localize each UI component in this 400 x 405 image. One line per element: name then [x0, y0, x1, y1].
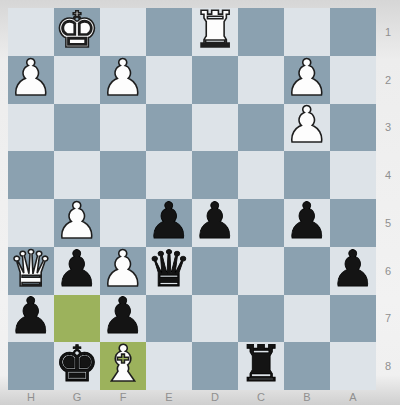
- square-d6[interactable]: [192, 247, 238, 295]
- square-d3[interactable]: [192, 104, 238, 152]
- square-a3[interactable]: [330, 104, 376, 152]
- black-queen[interactable]: ♛: [147, 244, 192, 294]
- square-d1[interactable]: ♜: [192, 8, 238, 56]
- square-b3[interactable]: ♟: [284, 104, 330, 152]
- square-c1[interactable]: [238, 8, 284, 56]
- rank-label-7: 7: [376, 295, 400, 343]
- file-labels: HGFEDCBA: [8, 389, 376, 404]
- black-pawn[interactable]: ♟: [331, 244, 376, 294]
- black-rook[interactable]: ♜: [239, 339, 284, 389]
- square-h4[interactable]: [8, 151, 54, 199]
- file-label-a: A: [330, 389, 376, 404]
- square-e8[interactable]: [146, 342, 192, 390]
- file-label-e: E: [146, 389, 192, 404]
- square-h7[interactable]: ♟: [8, 295, 54, 343]
- white-pawn[interactable]: ♟: [285, 53, 330, 103]
- page-background: ♚♜♟♟♟♟♟♟♟♟♛♟♟♛♟♟♟♚♝♜ 12345678 HGFEDCBA: [0, 0, 400, 405]
- square-e3[interactable]: [146, 104, 192, 152]
- rank-label-2: 2: [376, 56, 400, 104]
- file-label-g: G: [54, 389, 100, 404]
- white-pawn[interactable]: ♟: [285, 100, 330, 150]
- square-h3[interactable]: [8, 104, 54, 152]
- square-d5[interactable]: ♟: [192, 199, 238, 247]
- rank-label-8: 8: [376, 342, 400, 390]
- square-a8[interactable]: [330, 342, 376, 390]
- square-f3[interactable]: [100, 104, 146, 152]
- black-pawn[interactable]: ♟: [193, 196, 238, 246]
- square-a6[interactable]: ♟: [330, 247, 376, 295]
- white-king[interactable]: ♚: [55, 5, 100, 55]
- square-h8[interactable]: [8, 342, 54, 390]
- white-pawn[interactable]: ♟: [55, 196, 100, 246]
- square-a2[interactable]: [330, 56, 376, 104]
- file-label-h: H: [8, 389, 54, 404]
- file-label-d: D: [192, 389, 238, 404]
- square-d2[interactable]: [192, 56, 238, 104]
- black-pawn[interactable]: ♟: [55, 244, 100, 294]
- rank-label-4: 4: [376, 151, 400, 199]
- white-bishop[interactable]: ♝: [101, 339, 146, 389]
- square-f2[interactable]: ♟: [100, 56, 146, 104]
- square-g3[interactable]: [54, 104, 100, 152]
- white-queen[interactable]: ♛: [9, 244, 54, 294]
- square-b8[interactable]: [284, 342, 330, 390]
- white-rook[interactable]: ♜: [193, 5, 238, 55]
- square-g1[interactable]: ♚: [54, 8, 100, 56]
- square-c8[interactable]: ♜: [238, 342, 284, 390]
- square-e1[interactable]: [146, 8, 192, 56]
- white-pawn[interactable]: ♟: [101, 53, 146, 103]
- file-label-c: C: [238, 389, 284, 404]
- square-b7[interactable]: [284, 295, 330, 343]
- square-g6[interactable]: ♟: [54, 247, 100, 295]
- square-e2[interactable]: [146, 56, 192, 104]
- black-pawn[interactable]: ♟: [101, 291, 146, 341]
- black-pawn[interactable]: ♟: [147, 196, 192, 246]
- file-label-b: B: [284, 389, 330, 404]
- square-c2[interactable]: [238, 56, 284, 104]
- square-e6[interactable]: ♛: [146, 247, 192, 295]
- chess-board[interactable]: ♚♜♟♟♟♟♟♟♟♟♛♟♟♛♟♟♟♚♝♜: [8, 8, 376, 390]
- rank-label-1: 1: [376, 8, 400, 56]
- square-d8[interactable]: [192, 342, 238, 390]
- square-c4[interactable]: [238, 151, 284, 199]
- square-c5[interactable]: [238, 199, 284, 247]
- white-pawn[interactable]: ♟: [9, 53, 54, 103]
- square-f8[interactable]: ♝: [100, 342, 146, 390]
- rank-label-3: 3: [376, 104, 400, 152]
- file-label-f: F: [100, 389, 146, 404]
- square-b6[interactable]: [284, 247, 330, 295]
- square-b5[interactable]: ♟: [284, 199, 330, 247]
- square-a1[interactable]: [330, 8, 376, 56]
- square-a7[interactable]: [330, 295, 376, 343]
- square-h2[interactable]: ♟: [8, 56, 54, 104]
- square-f4[interactable]: [100, 151, 146, 199]
- black-king[interactable]: ♚: [55, 339, 100, 389]
- square-c3[interactable]: [238, 104, 284, 152]
- white-pawn[interactable]: ♟: [101, 244, 146, 294]
- black-pawn[interactable]: ♟: [9, 291, 54, 341]
- square-c6[interactable]: [238, 247, 284, 295]
- black-pawn[interactable]: ♟: [285, 196, 330, 246]
- square-a4[interactable]: [330, 151, 376, 199]
- rank-labels: 12345678: [376, 8, 400, 390]
- square-g8[interactable]: ♚: [54, 342, 100, 390]
- square-g2[interactable]: [54, 56, 100, 104]
- square-e7[interactable]: [146, 295, 192, 343]
- square-d7[interactable]: [192, 295, 238, 343]
- rank-label-6: 6: [376, 247, 400, 295]
- rank-label-5: 5: [376, 199, 400, 247]
